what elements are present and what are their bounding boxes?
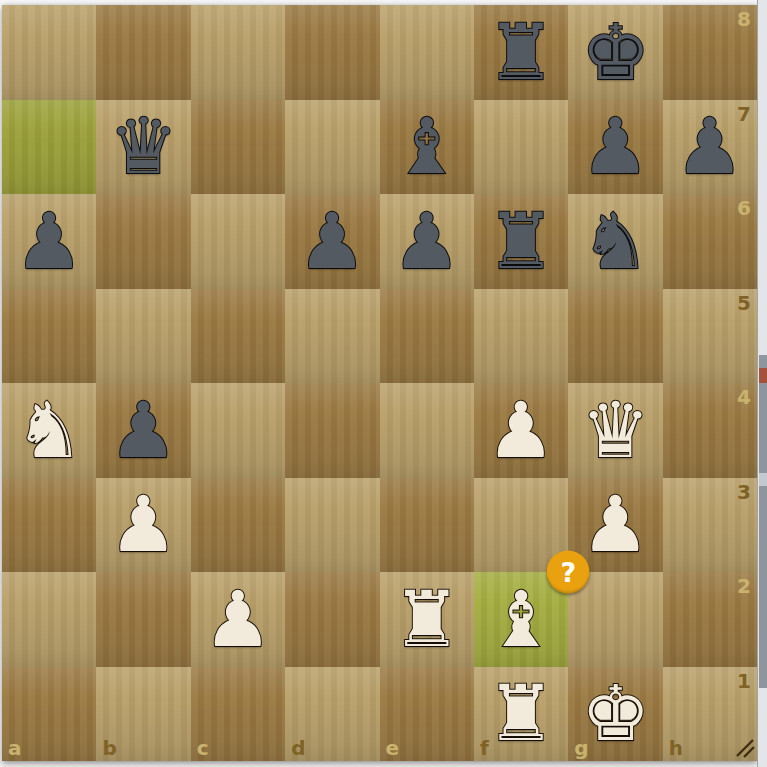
square-b4[interactable]: ♟︎ [96, 383, 190, 478]
chess-board[interactable]: ♜︎♚︎8♛︎♝︎♟︎7♟︎♟︎♟︎♟︎♜︎♞︎65♞︎♟︎♟︎♛︎4♟︎♟︎3… [2, 5, 757, 761]
square-b3[interactable]: ♟︎ [96, 478, 190, 573]
square-b8[interactable] [96, 5, 190, 100]
square-d6[interactable]: ♟︎ [285, 194, 379, 289]
square-g5[interactable] [568, 289, 662, 384]
white-pawn[interactable]: ♟︎ [203, 581, 272, 658]
square-c7[interactable] [191, 100, 285, 195]
square-h1[interactable]: 1h [663, 667, 757, 762]
page-scrollbar[interactable] [757, 0, 767, 767]
square-d1[interactable]: d [285, 667, 379, 762]
white-pawn[interactable]: ♟︎ [581, 486, 650, 563]
square-a2[interactable] [2, 572, 96, 667]
square-b6[interactable] [96, 194, 190, 289]
square-f2[interactable]: ♝︎? [474, 572, 568, 667]
square-d4[interactable] [285, 383, 379, 478]
board-resize-handle-icon[interactable] [734, 737, 756, 759]
white-bishop[interactable]: ♝︎ [487, 581, 556, 658]
square-a5[interactable] [2, 289, 96, 384]
white-knight[interactable]: ♞︎ [15, 392, 84, 469]
square-a1[interactable]: a [2, 667, 96, 762]
black-pawn[interactable]: ♟︎ [581, 108, 650, 185]
square-f6[interactable]: ♜︎ [474, 194, 568, 289]
square-f4[interactable]: ♟︎ [474, 383, 568, 478]
black-rook[interactable]: ♜︎ [487, 203, 556, 280]
rank-label-1: 1 [737, 671, 751, 691]
square-a4[interactable]: ♞︎ [2, 383, 96, 478]
square-d8[interactable] [285, 5, 379, 100]
square-e5[interactable] [380, 289, 474, 384]
white-pawn[interactable]: ♟︎ [487, 392, 556, 469]
square-f8[interactable]: ♜︎ [474, 5, 568, 100]
square-c8[interactable] [191, 5, 285, 100]
square-f1[interactable]: f♜︎ [474, 667, 568, 762]
square-e2[interactable]: ♜︎ [380, 572, 474, 667]
white-queen[interactable]: ♛︎ [581, 392, 650, 469]
rank-label-2: 2 [737, 576, 751, 596]
square-c4[interactable] [191, 383, 285, 478]
black-pawn[interactable]: ♟︎ [109, 392, 178, 469]
square-e1[interactable]: e [380, 667, 474, 762]
square-c1[interactable]: c [191, 667, 285, 762]
file-label-h: h [669, 738, 683, 758]
rank-label-5: 5 [737, 293, 751, 313]
square-c2[interactable]: ♟︎ [191, 572, 285, 667]
square-h4[interactable]: 4 [663, 383, 757, 478]
black-pawn[interactable]: ♟︎ [298, 203, 367, 280]
square-e4[interactable] [380, 383, 474, 478]
rank-label-3: 3 [737, 482, 751, 502]
black-queen[interactable]: ♛︎ [109, 108, 178, 185]
file-label-b: b [102, 738, 116, 758]
square-g4[interactable]: ♛︎ [568, 383, 662, 478]
black-pawn[interactable]: ♟︎ [392, 203, 461, 280]
square-b2[interactable] [96, 572, 190, 667]
black-bishop[interactable]: ♝︎ [392, 108, 461, 185]
file-label-a: a [8, 738, 22, 758]
square-d2[interactable] [285, 572, 379, 667]
square-e3[interactable] [380, 478, 474, 573]
square-c5[interactable] [191, 289, 285, 384]
square-a3[interactable] [2, 478, 96, 573]
file-label-c: c [197, 738, 209, 758]
square-h8[interactable]: 8 [663, 5, 757, 100]
square-h2[interactable]: 2 [663, 572, 757, 667]
square-h3[interactable]: 3 [663, 478, 757, 573]
square-b5[interactable] [96, 289, 190, 384]
rank-label-4: 4 [737, 387, 751, 407]
file-label-d: d [291, 738, 305, 758]
square-c3[interactable] [191, 478, 285, 573]
square-h7[interactable]: 7♟︎ [663, 100, 757, 195]
square-e8[interactable] [380, 5, 474, 100]
square-b1[interactable]: b [96, 667, 190, 762]
square-d3[interactable] [285, 478, 379, 573]
square-d5[interactable] [285, 289, 379, 384]
square-d7[interactable] [285, 100, 379, 195]
black-knight[interactable]: ♞︎ [581, 203, 650, 280]
square-b7[interactable]: ♛︎ [96, 100, 190, 195]
square-a6[interactable]: ♟︎ [2, 194, 96, 289]
black-pawn[interactable]: ♟︎ [675, 108, 744, 185]
square-g7[interactable]: ♟︎ [568, 100, 662, 195]
white-pawn[interactable]: ♟︎ [109, 486, 178, 563]
square-g1[interactable]: g♚︎ [568, 667, 662, 762]
black-king[interactable]: ♚︎ [581, 14, 650, 91]
square-a8[interactable] [2, 5, 96, 100]
scrollbar-light-mark [759, 473, 767, 486]
scrollbar-thumb[interactable] [759, 355, 767, 688]
square-e6[interactable]: ♟︎ [380, 194, 474, 289]
mistake-annotation-badge: ? [547, 551, 590, 594]
rank-label-8: 8 [737, 9, 751, 29]
square-h5[interactable]: 5 [663, 289, 757, 384]
file-label-e: e [386, 738, 400, 758]
square-e7[interactable]: ♝︎ [380, 100, 474, 195]
square-g8[interactable]: ♚︎ [568, 5, 662, 100]
rank-label-6: 6 [737, 198, 751, 218]
white-rook[interactable]: ♜︎ [392, 581, 461, 658]
square-f5[interactable] [474, 289, 568, 384]
black-rook[interactable]: ♜︎ [487, 14, 556, 91]
square-c6[interactable] [191, 194, 285, 289]
square-a7[interactable] [2, 100, 96, 195]
square-f7[interactable] [474, 100, 568, 195]
white-king[interactable]: ♚︎ [581, 675, 650, 752]
black-pawn[interactable]: ♟︎ [15, 203, 84, 280]
scrollbar-red-mark [759, 368, 767, 383]
white-rook[interactable]: ♜︎ [487, 675, 556, 752]
square-h6[interactable]: 6 [663, 194, 757, 289]
square-g6[interactable]: ♞︎ [568, 194, 662, 289]
